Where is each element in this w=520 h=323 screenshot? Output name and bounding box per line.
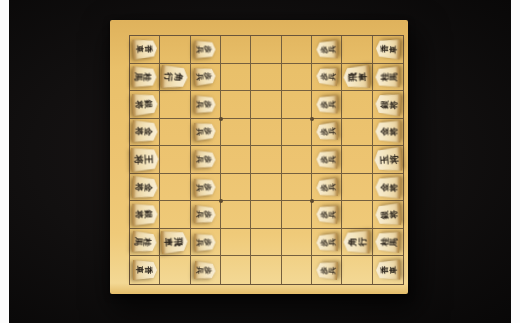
piece-face: 歩兵 — [316, 205, 338, 224]
shogi-piece-飛車[interactable]: 飛車 — [343, 65, 370, 89]
piece-face: 歩兵 — [316, 95, 337, 113]
board-cell[interactable] — [282, 36, 312, 64]
shogi-piece-歩兵[interactable]: 歩兵 — [194, 67, 216, 86]
piece-face: 歩兵 — [316, 40, 337, 58]
board-cell[interactable]: 飛車 — [342, 64, 372, 92]
piece-face: 銀将 — [132, 93, 158, 116]
shogi-piece-歩兵[interactable]: 歩兵 — [195, 178, 217, 197]
board-cell[interactable] — [221, 256, 251, 284]
piece-kanji: 歩 — [204, 238, 212, 246]
piece-face: 銀将 — [375, 93, 401, 117]
shogi-piece-王将[interactable]: 王将 — [131, 147, 159, 172]
piece-kanji: 兵 — [196, 128, 204, 136]
piece-kanji: 歩 — [204, 73, 212, 81]
shogi-piece-歩兵[interactable]: 歩兵 — [316, 261, 338, 280]
board-cell[interactable] — [282, 256, 312, 284]
board-cell[interactable]: 銀将 — [373, 201, 403, 229]
piece-face: 歩兵 — [316, 150, 337, 168]
board-cell[interactable]: 歩兵 — [312, 256, 342, 284]
board-cell[interactable] — [221, 201, 251, 229]
board-cell[interactable]: 歩兵 — [312, 146, 342, 174]
piece-kanji: 兵 — [328, 101, 336, 109]
piece-kanji: 馬 — [134, 237, 143, 246]
shogi-piece-銀将[interactable]: 銀将 — [375, 93, 401, 117]
piece-kanji: 車 — [389, 266, 397, 274]
piece-face: 歩兵 — [316, 67, 338, 86]
board-cell[interactable]: 飛車 — [160, 229, 190, 257]
shogi-piece-香車[interactable]: 香車 — [132, 39, 157, 60]
piece-kanji: 将 — [133, 155, 143, 165]
shogi-piece-歩兵[interactable]: 歩兵 — [316, 40, 337, 58]
piece-kanji: 歩 — [204, 266, 212, 274]
piece-kanji: 将 — [389, 154, 399, 164]
board-cell[interactable] — [160, 201, 190, 229]
board-cell[interactable] — [251, 64, 281, 92]
board-cell[interactable] — [251, 146, 281, 174]
piece-face: 香車 — [376, 260, 401, 281]
shogi-piece-桂馬[interactable]: 桂馬 — [376, 66, 400, 87]
piece-kanji: 歩 — [204, 156, 212, 164]
piece-face: 歩兵 — [316, 122, 338, 141]
hoshi-dot — [310, 117, 314, 121]
board-cell[interactable] — [282, 174, 312, 202]
shogi-piece-歩兵[interactable]: 歩兵 — [316, 233, 338, 252]
board-cell[interactable]: 王将 — [130, 146, 160, 174]
piece-kanji: 将 — [134, 182, 143, 191]
piece-kanji: 歩 — [204, 183, 212, 191]
piece-face: 金将 — [132, 175, 158, 198]
board-cell[interactable]: 角行 — [342, 229, 372, 257]
board-cell[interactable] — [282, 201, 312, 229]
board-cell[interactable]: 歩兵 — [191, 256, 221, 284]
shogi-piece-歩兵[interactable]: 歩兵 — [316, 178, 338, 197]
piece-face: 歩兵 — [195, 233, 216, 251]
board-cell[interactable]: 歩兵 — [312, 174, 342, 202]
right-white-border — [511, 0, 520, 323]
board-cell[interactable] — [251, 201, 281, 229]
shogi-piece-歩兵[interactable]: 歩兵 — [195, 95, 216, 113]
piece-kanji: 兵 — [328, 267, 336, 275]
board-cell[interactable]: 歩兵 — [312, 91, 342, 119]
piece-kanji: 飛 — [173, 237, 183, 246]
board-cell[interactable] — [221, 146, 251, 174]
board-cell[interactable]: 玉将 — [373, 146, 403, 174]
shogi-piece-銀将[interactable]: 銀将 — [132, 93, 158, 116]
board-cell[interactable] — [221, 119, 251, 147]
board-cell[interactable]: 香車 — [373, 36, 403, 64]
piece-face: 金将 — [375, 176, 400, 198]
shogi-piece-歩兵[interactable]: 歩兵 — [195, 233, 216, 251]
board-cell[interactable]: 金将 — [130, 174, 160, 202]
piece-kanji: 兵 — [196, 266, 204, 274]
shogi-piece-玉将[interactable]: 玉将 — [374, 147, 402, 173]
piece-face: 王将 — [131, 147, 159, 172]
board-cell[interactable] — [282, 64, 312, 92]
shogi-piece-歩兵[interactable]: 歩兵 — [316, 150, 337, 168]
left-white-border — [0, 0, 9, 323]
piece-face: 飛車 — [161, 230, 188, 254]
hoshi-dot — [310, 199, 314, 203]
piece-face: 金将 — [375, 121, 400, 143]
piece-kanji: 兵 — [196, 238, 204, 246]
piece-kanji: 兵 — [328, 156, 336, 164]
board-cell[interactable] — [342, 119, 372, 147]
board-cell[interactable] — [221, 229, 251, 257]
board-cell[interactable]: 歩兵 — [312, 64, 342, 92]
piece-face: 歩兵 — [195, 178, 217, 197]
board-cell[interactable]: 歩兵 — [191, 91, 221, 119]
piece-face: 玉将 — [374, 147, 402, 173]
board-cell[interactable]: 歩兵 — [191, 64, 221, 92]
board-cell[interactable]: 歩兵 — [191, 146, 221, 174]
piece-face: 銀将 — [375, 203, 401, 226]
piece-kanji: 将 — [389, 183, 398, 192]
board-cell[interactable] — [221, 91, 251, 119]
piece-kanji: 桂 — [143, 238, 152, 247]
piece-kanji: 兵 — [196, 155, 204, 163]
board-cell[interactable] — [160, 256, 190, 284]
board-cell[interactable] — [251, 36, 281, 64]
shogi-piece-桂馬[interactable]: 桂馬 — [376, 231, 401, 253]
board-cell[interactable]: 歩兵 — [312, 201, 342, 229]
piece-kanji: 兵 — [196, 46, 204, 54]
piece-kanji: 兵 — [328, 211, 336, 219]
piece-face: 桂馬 — [376, 66, 400, 87]
board-cell[interactable] — [160, 174, 190, 202]
piece-kanji: 将 — [134, 210, 143, 219]
piece-face: 歩兵 — [194, 205, 216, 224]
piece-face: 香車 — [375, 39, 400, 60]
piece-kanji: 兵 — [196, 183, 204, 191]
board-cell[interactable]: 香車 — [130, 36, 160, 64]
shogi-piece-銀将[interactable]: 銀将 — [132, 203, 157, 225]
board-cell[interactable] — [160, 36, 190, 64]
board-cell[interactable] — [221, 64, 251, 92]
piece-kanji: 角 — [173, 72, 183, 81]
board-grid: 香車歩兵歩兵香車桂馬角行歩兵歩兵飛車桂馬銀将歩兵歩兵銀将金将歩兵歩兵金将王将歩兵… — [129, 35, 404, 285]
board-cell[interactable] — [342, 146, 372, 174]
piece-face: 歩兵 — [316, 233, 338, 252]
piece-face: 桂馬 — [132, 231, 157, 253]
piece-kanji: 将 — [389, 210, 398, 219]
board-cell[interactable]: 歩兵 — [312, 36, 342, 64]
shogi-piece-桂馬[interactable]: 桂馬 — [132, 66, 156, 87]
board-cell[interactable] — [342, 36, 372, 64]
board-cell[interactable] — [282, 119, 312, 147]
shogi-piece-桂馬[interactable]: 桂馬 — [132, 231, 157, 253]
board-cell[interactable]: 桂馬 — [373, 229, 403, 257]
piece-kanji: 歩 — [204, 46, 212, 54]
piece-kanji: 将 — [389, 100, 398, 109]
shogi-piece-歩兵[interactable]: 歩兵 — [194, 205, 216, 224]
piece-kanji: 車 — [164, 238, 174, 247]
shogi-piece-銀将[interactable]: 銀将 — [375, 203, 401, 226]
piece-face: 桂馬 — [132, 66, 156, 87]
board-cell[interactable] — [221, 36, 251, 64]
piece-kanji: 馬 — [389, 72, 398, 81]
board-cell[interactable]: 桂馬 — [130, 229, 160, 257]
board-cell[interactable]: 銀将 — [130, 201, 160, 229]
board-cell[interactable] — [160, 119, 190, 147]
shogi-piece-歩兵[interactable]: 歩兵 — [195, 150, 217, 169]
piece-face: 香車 — [132, 39, 157, 60]
shogi-piece-歩兵[interactable]: 歩兵 — [194, 261, 216, 280]
piece-kanji: 将 — [134, 100, 143, 109]
shogi-piece-歩兵[interactable]: 歩兵 — [316, 67, 338, 86]
board-cell[interactable]: 歩兵 — [191, 119, 221, 147]
board-cell[interactable]: 金将 — [373, 174, 403, 202]
board-cell[interactable] — [282, 91, 312, 119]
board-cell[interactable]: 歩兵 — [191, 174, 221, 202]
shogi-piece-金将[interactable]: 金将 — [132, 175, 158, 198]
board-cell[interactable] — [160, 91, 190, 119]
board-cell[interactable] — [251, 119, 281, 147]
piece-face: 角行 — [161, 65, 188, 89]
piece-face: 歩兵 — [195, 95, 216, 113]
board-cell[interactable] — [342, 174, 372, 202]
shogi-piece-金将[interactable]: 金将 — [132, 121, 158, 144]
piece-face: 歩兵 — [194, 67, 216, 86]
piece-kanji: 兵 — [196, 73, 204, 81]
piece-kanji: 兵 — [328, 45, 336, 53]
piece-kanji: 車 — [358, 72, 368, 81]
piece-kanji: 将 — [134, 127, 143, 136]
piece-kanji: 将 — [389, 128, 398, 137]
board-cell[interactable] — [282, 146, 312, 174]
photo-scene: 香車歩兵歩兵香車桂馬角行歩兵歩兵飛車桂馬銀将歩兵歩兵銀将金将歩兵歩兵金将王将歩兵… — [0, 0, 520, 323]
board-cell[interactable] — [282, 229, 312, 257]
piece-kanji: 香 — [143, 266, 151, 274]
board-cell[interactable]: 歩兵 — [312, 229, 342, 257]
piece-face: 歩兵 — [316, 261, 338, 280]
piece-kanji: 兵 — [328, 238, 336, 246]
board-cell[interactable] — [342, 201, 372, 229]
shogi-piece-香車[interactable]: 香車 — [376, 260, 401, 281]
shogi-piece-香車[interactable]: 香車 — [375, 39, 400, 60]
piece-kanji: 行 — [358, 238, 367, 247]
piece-face: 歩兵 — [195, 40, 216, 58]
piece-kanji: 桂 — [143, 73, 152, 82]
shogi-piece-金将[interactable]: 金将 — [375, 176, 400, 198]
piece-face: 歩兵 — [194, 122, 216, 141]
board-cell[interactable] — [342, 91, 372, 119]
board-cell[interactable]: 桂馬 — [373, 64, 403, 92]
board-cell[interactable]: 歩兵 — [191, 201, 221, 229]
board-cell[interactable] — [251, 174, 281, 202]
piece-kanji: 歩 — [204, 211, 212, 219]
board-cell[interactable] — [251, 91, 281, 119]
board-cell[interactable]: 歩兵 — [191, 229, 221, 257]
shogi-piece-歩兵[interactable]: 歩兵 — [316, 205, 338, 224]
piece-face: 銀将 — [132, 203, 157, 225]
shogi-board: 香車歩兵歩兵香車桂馬角行歩兵歩兵飛車桂馬銀将歩兵歩兵銀将金将歩兵歩兵金将王将歩兵… — [110, 20, 408, 294]
board-cell[interactable]: 歩兵 — [312, 119, 342, 147]
piece-kanji: 歩 — [204, 101, 212, 109]
hoshi-dot — [219, 117, 223, 121]
board-cell[interactable] — [251, 256, 281, 284]
piece-kanji: 兵 — [328, 73, 336, 81]
board-cell[interactable]: 香車 — [373, 256, 403, 284]
piece-face: 桂馬 — [376, 231, 401, 253]
piece-face: 歩兵 — [194, 261, 216, 280]
piece-kanji: 車 — [135, 266, 143, 274]
shogi-piece-角行[interactable]: 角行 — [344, 231, 370, 254]
shogi-piece-歩兵[interactable]: 歩兵 — [195, 40, 216, 58]
piece-face: 香車 — [133, 260, 157, 280]
board-cell[interactable]: 桂馬 — [130, 64, 160, 92]
shogi-piece-歩兵[interactable]: 歩兵 — [316, 122, 338, 141]
board-cell[interactable]: 銀将 — [130, 91, 160, 119]
hoshi-dot — [219, 199, 223, 203]
piece-kanji: 歩 — [204, 128, 212, 136]
board-cell[interactable]: 歩兵 — [191, 36, 221, 64]
board-cell[interactable]: 角行 — [160, 64, 190, 92]
piece-face: 角行 — [344, 231, 370, 254]
board-cell[interactable] — [221, 174, 251, 202]
piece-kanji: 行 — [164, 72, 174, 81]
piece-face: 歩兵 — [195, 150, 217, 169]
piece-kanji: 馬 — [389, 238, 398, 247]
board-cell[interactable] — [342, 256, 372, 284]
piece-face: 歩兵 — [316, 178, 338, 197]
piece-kanji: 兵 — [328, 183, 336, 191]
shogi-piece-香車[interactable]: 香車 — [133, 260, 157, 280]
board-cell[interactable]: 金将 — [373, 119, 403, 147]
piece-kanji: 車 — [389, 45, 398, 53]
shogi-piece-角行[interactable]: 角行 — [161, 65, 188, 89]
board-cell[interactable]: 銀将 — [373, 91, 403, 119]
board-cell[interactable] — [160, 146, 190, 174]
piece-kanji: 車 — [135, 45, 144, 53]
piece-kanji: 兵 — [196, 100, 204, 108]
board-cell[interactable]: 香車 — [130, 256, 160, 284]
board-cell[interactable]: 金将 — [130, 119, 160, 147]
piece-kanji: 馬 — [134, 72, 143, 81]
piece-face: 飛車 — [343, 65, 370, 89]
piece-face: 金将 — [132, 121, 158, 144]
shogi-piece-飛車[interactable]: 飛車 — [161, 230, 188, 254]
shogi-piece-歩兵[interactable]: 歩兵 — [194, 122, 216, 141]
piece-kanji: 兵 — [196, 210, 204, 218]
board-cell[interactable] — [251, 229, 281, 257]
shogi-piece-金将[interactable]: 金将 — [375, 121, 400, 143]
piece-kanji: 兵 — [328, 128, 336, 136]
shogi-piece-歩兵[interactable]: 歩兵 — [316, 95, 337, 113]
